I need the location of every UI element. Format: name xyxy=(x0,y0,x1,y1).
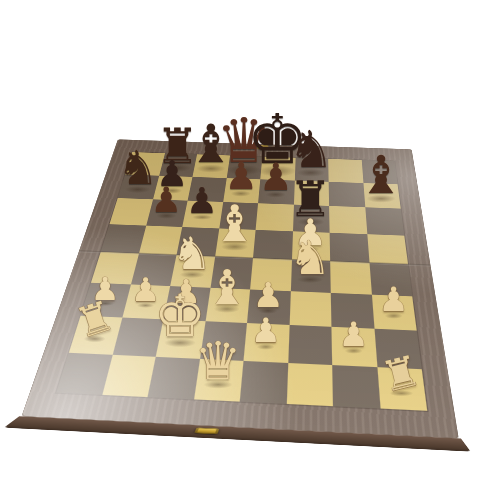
square-g8[interactable] xyxy=(328,158,363,182)
square-g5[interactable] xyxy=(329,232,368,262)
square-c6[interactable] xyxy=(182,200,222,227)
square-g6[interactable] xyxy=(329,205,367,233)
square-h3[interactable] xyxy=(371,294,416,330)
square-a6[interactable] xyxy=(109,198,152,225)
square-d1[interactable] xyxy=(193,358,243,401)
brass-hinge-icon xyxy=(257,144,268,149)
square-h1[interactable] xyxy=(376,366,426,410)
square-e8[interactable] xyxy=(260,156,295,180)
square-g1[interactable] xyxy=(332,364,380,408)
square-c7[interactable] xyxy=(187,176,226,201)
square-e6[interactable] xyxy=(255,203,293,231)
square-h4[interactable] xyxy=(369,262,412,295)
square-g3[interactable] xyxy=(330,292,373,328)
square-c2[interactable] xyxy=(155,319,204,358)
square-h2[interactable] xyxy=(373,328,421,368)
square-b7[interactable] xyxy=(152,175,192,200)
square-h7[interactable] xyxy=(363,182,401,208)
chess-set-photo: ♜♝♛♚♞♞♟♟♟♝♟♟♜♝♟♞♞♟♟♟♝♟♟♜♚♟♟♛♜ xyxy=(0,0,500,500)
square-e5[interactable] xyxy=(253,229,293,259)
board-squares xyxy=(56,152,427,411)
square-f3[interactable] xyxy=(289,290,331,326)
square-b4[interactable] xyxy=(130,253,176,285)
square-f1[interactable] xyxy=(286,362,333,406)
square-d5[interactable] xyxy=(214,228,255,258)
square-b2[interactable] xyxy=(112,317,163,356)
square-g7[interactable] xyxy=(328,181,364,207)
square-d6[interactable] xyxy=(218,201,257,229)
square-f4[interactable] xyxy=(290,259,330,292)
square-e3[interactable] xyxy=(246,289,289,325)
square-g2[interactable] xyxy=(331,326,376,366)
brass-clasp-icon[interactable] xyxy=(193,427,218,434)
perspective-wrapper xyxy=(0,0,500,500)
square-a8[interactable] xyxy=(125,152,164,175)
square-d2[interactable] xyxy=(199,321,246,360)
square-c4[interactable] xyxy=(170,254,214,286)
square-e7[interactable] xyxy=(258,179,294,205)
square-h8[interactable] xyxy=(361,160,397,184)
square-h5[interactable] xyxy=(366,233,407,263)
square-e1[interactable] xyxy=(239,360,287,403)
square-e4[interactable] xyxy=(250,258,291,291)
square-f8[interactable] xyxy=(294,157,328,181)
square-f7[interactable] xyxy=(293,180,329,206)
square-f5[interactable] xyxy=(291,230,330,260)
board-frame xyxy=(21,139,458,438)
square-c1[interactable] xyxy=(147,356,199,399)
square-c3[interactable] xyxy=(163,285,210,320)
square-b8[interactable] xyxy=(158,153,196,176)
square-h6[interactable] xyxy=(364,207,403,235)
square-b5[interactable] xyxy=(138,225,182,255)
square-d8[interactable] xyxy=(226,155,262,179)
square-b3[interactable] xyxy=(121,283,169,318)
square-d4[interactable] xyxy=(210,256,253,289)
square-g4[interactable] xyxy=(330,261,371,294)
square-a7[interactable] xyxy=(117,174,158,199)
square-f2[interactable] xyxy=(287,324,331,364)
square-c5[interactable] xyxy=(176,226,218,256)
square-d7[interactable] xyxy=(222,177,260,202)
square-e2[interactable] xyxy=(243,323,289,362)
square-d3[interactable] xyxy=(205,287,250,323)
square-c8[interactable] xyxy=(192,154,229,177)
square-b6[interactable] xyxy=(145,199,187,226)
square-f6[interactable] xyxy=(292,204,329,232)
board xyxy=(21,139,458,438)
